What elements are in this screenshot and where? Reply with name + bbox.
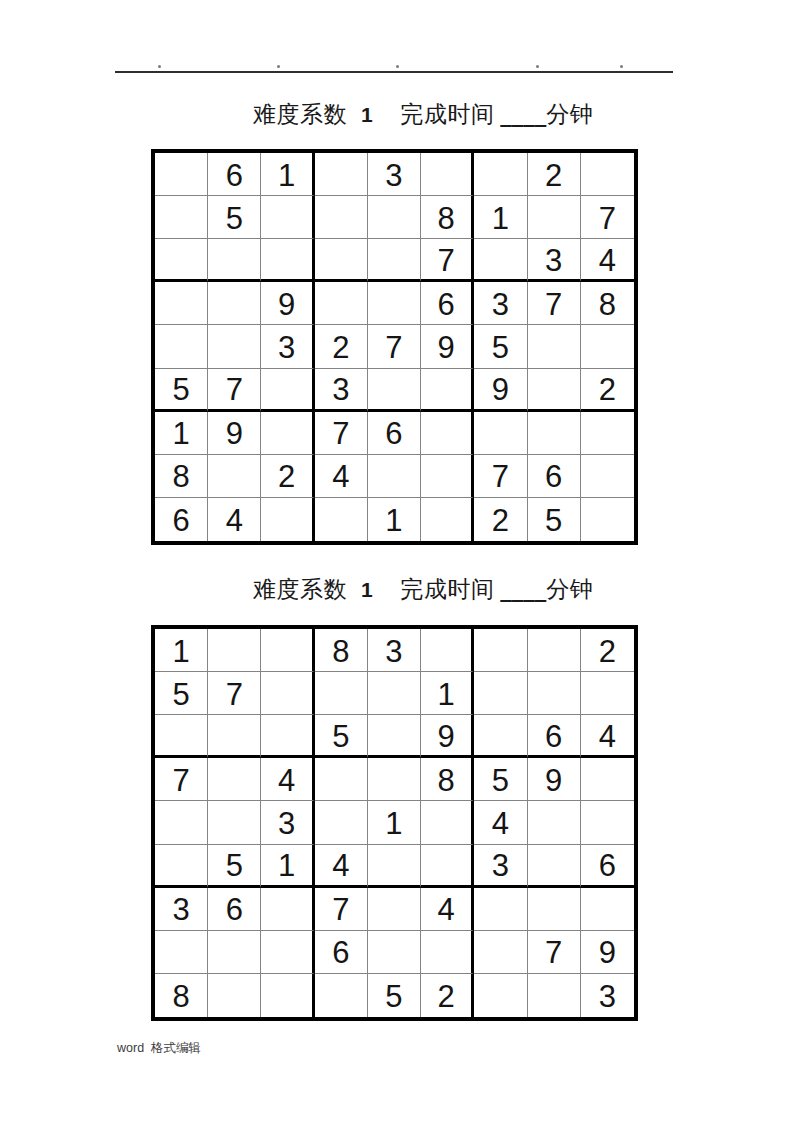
sudoku-grid-1: 6132581773496378327955739219768247664125	[151, 149, 638, 545]
puzzle-1-cell-r1c5[interactable]: 3	[368, 153, 421, 196]
puzzle-2-cell-r6c5[interactable]	[368, 845, 421, 888]
puzzle-2-cell-r1c4[interactable]: 8	[315, 629, 368, 672]
puzzle-2-cell-r2c1[interactable]: 5	[155, 672, 208, 715]
ruler-tick-dot	[158, 65, 161, 68]
puzzle-2-cell-r3c1[interactable]	[155, 715, 208, 758]
puzzle-1-cell-r2c6[interactable]: 8	[421, 196, 474, 239]
puzzle-1-cell-r3c3[interactable]	[261, 239, 314, 282]
puzzle-2-cell-r7c9[interactable]	[581, 888, 634, 931]
footer-cn-label: 格式编辑	[151, 1040, 201, 1057]
puzzle-1-cell-r7c4[interactable]: 7	[315, 412, 368, 455]
puzzle-2-cell-r2c2[interactable]: 7	[208, 672, 261, 715]
puzzle-2-cell-r6c1[interactable]	[155, 845, 208, 888]
puzzle-2-cell-r5c6[interactable]	[421, 801, 474, 844]
puzzle-1-cell-r6c6[interactable]	[421, 369, 474, 412]
puzzle-1-cell-r6c7[interactable]: 9	[474, 369, 527, 412]
puzzle-2-cell-r4c8[interactable]: 9	[528, 758, 581, 801]
puzzle-2-cell-r3c3[interactable]	[261, 715, 314, 758]
puzzle-2-cell-r2c6[interactable]: 1	[421, 672, 474, 715]
puzzle-2-cell-r3c4[interactable]: 5	[315, 715, 368, 758]
puzzle-1-cell-r7c1[interactable]: 1	[155, 412, 208, 455]
puzzle-2-cell-r4c9[interactable]	[581, 758, 634, 801]
puzzle-2-cell-r7c1[interactable]: 3	[155, 888, 208, 931]
completion-time-label: 完成时间	[400, 99, 494, 130]
puzzle-1-cell-r6c8[interactable]	[528, 369, 581, 412]
puzzle-1-cell-r2c4[interactable]	[315, 196, 368, 239]
puzzle-2-cell-r1c5[interactable]: 3	[368, 629, 421, 672]
puzzle-2-cell-r6c4[interactable]: 4	[315, 845, 368, 888]
puzzle-1-cell-r8c1[interactable]: 8	[155, 455, 208, 498]
puzzle-2-cell-r9c2[interactable]	[208, 974, 261, 1017]
minutes-label: 分钟	[546, 99, 593, 130]
puzzle-1-cell-r4c1[interactable]	[155, 282, 208, 325]
puzzle-2-cell-r4c3[interactable]: 4	[261, 758, 314, 801]
puzzle-1-cell-r2c5[interactable]	[368, 196, 421, 239]
puzzle-2-cell-r7c5[interactable]	[368, 888, 421, 931]
puzzle-1-cell-r3c2[interactable]	[208, 239, 261, 282]
puzzle-1-cell-r5c7[interactable]: 5	[474, 325, 527, 368]
puzzle-1-cell-r9c9[interactable]	[581, 498, 634, 541]
puzzle-2-cell-r1c2[interactable]	[208, 629, 261, 672]
puzzle-1-cell-r5c3[interactable]: 3	[261, 325, 314, 368]
puzzle-2-cell-r9c8[interactable]	[528, 974, 581, 1017]
puzzle-2-cell-r3c5[interactable]	[368, 715, 421, 758]
time-blank-line: ____	[500, 100, 546, 127]
puzzle-2-cell-r5c1[interactable]	[155, 801, 208, 844]
puzzle-1-cell-r1c4[interactable]	[315, 153, 368, 196]
puzzle-1-cell-r4c6[interactable]: 6	[421, 282, 474, 325]
puzzle-1-cell-r5c1[interactable]	[155, 325, 208, 368]
puzzle-1-cell-r4c9[interactable]: 8	[581, 282, 634, 325]
puzzle-2-cell-r4c1[interactable]: 7	[155, 758, 208, 801]
puzzle-2-cell-r2c3[interactable]	[261, 672, 314, 715]
puzzle-1-cell-r3c1[interactable]	[155, 239, 208, 282]
time-blank-line: ____	[500, 575, 546, 602]
puzzle-1-cell-r4c7[interactable]: 3	[474, 282, 527, 325]
puzzle-1-cell-r5c6[interactable]: 9	[421, 325, 474, 368]
puzzle-2-cell-r4c7[interactable]: 5	[474, 758, 527, 801]
puzzle-1-cell-r1c3[interactable]: 1	[261, 153, 314, 196]
puzzle-1-cell-r9c8[interactable]: 5	[528, 498, 581, 541]
puzzle-2-cell-r6c8[interactable]	[528, 845, 581, 888]
puzzle-2-cell-r8c2[interactable]	[208, 931, 261, 974]
puzzle-2-cell-r8c5[interactable]	[368, 931, 421, 974]
puzzle-2-cell-r9c3[interactable]	[261, 974, 314, 1017]
puzzle-2-cell-r3c2[interactable]	[208, 715, 261, 758]
puzzle-1-cell-r4c5[interactable]	[368, 282, 421, 325]
puzzle-2-cell-r4c4[interactable]	[315, 758, 368, 801]
puzzle-1-cell-r7c8[interactable]	[528, 412, 581, 455]
puzzle-2-cell-r4c2[interactable]	[208, 758, 261, 801]
puzzle-2-cell-r9c9[interactable]: 3	[581, 974, 634, 1017]
puzzle-2-cell-r5c2[interactable]	[208, 801, 261, 844]
puzzle-2-title: 难度系数 1 完成时间 ____ 分钟	[253, 574, 593, 605]
puzzle-1-cell-r9c1[interactable]: 6	[155, 498, 208, 541]
footer-watermark: word 格式编辑	[117, 1040, 201, 1057]
puzzle-2-cell-r5c4[interactable]	[315, 801, 368, 844]
puzzle-1-cell-r4c8[interactable]: 7	[528, 282, 581, 325]
puzzle-2-cell-r5c9[interactable]	[581, 801, 634, 844]
document-page: 难度系数 1 完成时间 ____ 分钟 61325817734963783279…	[0, 0, 792, 1122]
puzzle-1-cell-r9c3[interactable]	[261, 498, 314, 541]
ruler-tick-dot	[396, 65, 399, 68]
ruler-tick-dot	[536, 65, 539, 68]
puzzle-2-cell-r9c1[interactable]: 8	[155, 974, 208, 1017]
puzzle-1-cell-r8c4[interactable]: 4	[315, 455, 368, 498]
difficulty-label: 难度系数	[253, 99, 347, 130]
puzzle-1-cell-r3c5[interactable]	[368, 239, 421, 282]
puzzle-1-cell-r6c9[interactable]: 2	[581, 369, 634, 412]
puzzle-2-cell-r5c5[interactable]: 1	[368, 801, 421, 844]
puzzle-2-cell-r5c7[interactable]: 4	[474, 801, 527, 844]
puzzle-2-cell-r7c3[interactable]	[261, 888, 314, 931]
puzzle-2-cell-r8c7[interactable]	[474, 931, 527, 974]
puzzle-1-cell-r7c5[interactable]: 6	[368, 412, 421, 455]
puzzle-1-cell-r5c8[interactable]	[528, 325, 581, 368]
puzzle-1-cell-r5c5[interactable]: 7	[368, 325, 421, 368]
puzzle-2-cell-r7c6[interactable]: 4	[421, 888, 474, 931]
puzzle-1-cell-r9c7[interactable]: 2	[474, 498, 527, 541]
header-rule-line	[115, 71, 673, 73]
minutes-label: 分钟	[546, 574, 593, 605]
puzzle-2-cell-r1c3[interactable]	[261, 629, 314, 672]
puzzle-2-cell-r8c1[interactable]	[155, 931, 208, 974]
puzzle-2-cell-r9c7[interactable]	[474, 974, 527, 1017]
puzzle-1-cell-r6c2[interactable]: 7	[208, 369, 261, 412]
puzzle-2-cell-r1c6[interactable]	[421, 629, 474, 672]
puzzle-1-cell-r1c6[interactable]	[421, 153, 474, 196]
puzzle-2-cell-r9c6[interactable]: 2	[421, 974, 474, 1017]
puzzle-1-title: 难度系数 1 完成时间 ____ 分钟	[253, 99, 593, 130]
puzzle-1-cell-r3c9[interactable]: 4	[581, 239, 634, 282]
puzzle-1-cell-r8c8[interactable]: 6	[528, 455, 581, 498]
puzzle-2-cell-r5c3[interactable]: 3	[261, 801, 314, 844]
puzzle-1-cell-r6c1[interactable]: 5	[155, 369, 208, 412]
puzzle-2-cell-r1c9[interactable]: 2	[581, 629, 634, 672]
puzzle-1-cell-r6c5[interactable]	[368, 369, 421, 412]
puzzle-2-cell-r7c8[interactable]	[528, 888, 581, 931]
puzzle-1-cell-r7c9[interactable]	[581, 412, 634, 455]
puzzle-1-cell-r8c2[interactable]	[208, 455, 261, 498]
puzzle-2-cell-r3c7[interactable]	[474, 715, 527, 758]
footer-word-label: word	[117, 1041, 144, 1055]
puzzle-1-cell-r1c9[interactable]	[581, 153, 634, 196]
puzzle-1-cell-r6c4[interactable]: 3	[315, 369, 368, 412]
puzzle-2-cell-r7c4[interactable]: 7	[315, 888, 368, 931]
puzzle-1-cell-r3c8[interactable]: 3	[528, 239, 581, 282]
puzzle-1-cell-r9c2[interactable]: 4	[208, 498, 261, 541]
puzzle-1-cell-r4c2[interactable]	[208, 282, 261, 325]
puzzle-1-cell-r3c7[interactable]	[474, 239, 527, 282]
puzzle-1-cell-r9c5[interactable]: 1	[368, 498, 421, 541]
puzzle-2-cell-r6c2[interactable]: 5	[208, 845, 261, 888]
puzzle-2-cell-r2c8[interactable]	[528, 672, 581, 715]
puzzle-2-cell-r5c8[interactable]	[528, 801, 581, 844]
difficulty-label: 难度系数	[253, 574, 347, 605]
puzzle-2-cell-r1c1[interactable]: 1	[155, 629, 208, 672]
puzzle-1-cell-r8c5[interactable]	[368, 455, 421, 498]
puzzle-2-cell-r1c7[interactable]	[474, 629, 527, 672]
puzzle-1-cell-r5c4[interactable]: 2	[315, 325, 368, 368]
puzzle-1-cell-r7c6[interactable]	[421, 412, 474, 455]
puzzle-2-cell-r6c3[interactable]: 1	[261, 845, 314, 888]
puzzle-1-cell-r2c2[interactable]: 5	[208, 196, 261, 239]
difficulty-value: 1	[361, 578, 373, 602]
puzzle-1-cell-r8c9[interactable]	[581, 455, 634, 498]
puzzle-2-cell-r7c2[interactable]: 6	[208, 888, 261, 931]
puzzle-2-cell-r3c9[interactable]: 4	[581, 715, 634, 758]
puzzle-1-cell-r8c3[interactable]: 2	[261, 455, 314, 498]
puzzle-2-cell-r8c6[interactable]	[421, 931, 474, 974]
puzzle-2-cell-r4c5[interactable]	[368, 758, 421, 801]
sudoku-grid-2: 18325715964748593145143636746798523	[151, 625, 638, 1021]
puzzle-2-cell-r6c7[interactable]: 3	[474, 845, 527, 888]
puzzle-2-cell-r8c4[interactable]: 6	[315, 931, 368, 974]
puzzle-1-cell-r4c3[interactable]: 9	[261, 282, 314, 325]
puzzle-1-cell-r1c8[interactable]: 2	[528, 153, 581, 196]
puzzle-1-cell-r7c2[interactable]: 9	[208, 412, 261, 455]
completion-time-label: 完成时间	[400, 574, 494, 605]
puzzle-2-cell-r2c7[interactable]	[474, 672, 527, 715]
puzzle-2-cell-r6c6[interactable]	[421, 845, 474, 888]
puzzle-2-cell-r8c9[interactable]: 9	[581, 931, 634, 974]
puzzle-1-cell-r2c9[interactable]: 7	[581, 196, 634, 239]
puzzle-1-cell-r2c1[interactable]	[155, 196, 208, 239]
puzzle-1-cell-r1c1[interactable]	[155, 153, 208, 196]
puzzle-1-cell-r3c4[interactable]	[315, 239, 368, 282]
puzzle-1-cell-r2c7[interactable]: 1	[474, 196, 527, 239]
puzzle-2-cell-r2c5[interactable]	[368, 672, 421, 715]
puzzle-2-cell-r9c4[interactable]	[315, 974, 368, 1017]
puzzle-2-cell-r8c3[interactable]	[261, 931, 314, 974]
puzzle-1-cell-r9c4[interactable]	[315, 498, 368, 541]
puzzle-1-cell-r2c8[interactable]	[528, 196, 581, 239]
puzzle-1-cell-r4c4[interactable]	[315, 282, 368, 325]
puzzle-2-cell-r4c6[interactable]: 8	[421, 758, 474, 801]
puzzle-1-cell-r9c6[interactable]	[421, 498, 474, 541]
puzzle-2-cell-r2c9[interactable]	[581, 672, 634, 715]
puzzle-2-cell-r1c8[interactable]	[528, 629, 581, 672]
puzzle-2-cell-r3c8[interactable]: 6	[528, 715, 581, 758]
puzzle-1-cell-r6c3[interactable]	[261, 369, 314, 412]
puzzle-1-cell-r8c6[interactable]	[421, 455, 474, 498]
puzzle-1-cell-r7c3[interactable]	[261, 412, 314, 455]
puzzle-2-cell-r9c5[interactable]: 5	[368, 974, 421, 1017]
puzzle-1-cell-r5c2[interactable]	[208, 325, 261, 368]
difficulty-value: 1	[361, 103, 373, 127]
ruler-tick-dot	[620, 65, 623, 68]
puzzle-1-cell-r7c7[interactable]	[474, 412, 527, 455]
puzzle-1-cell-r1c7[interactable]	[474, 153, 527, 196]
puzzle-2-cell-r7c7[interactable]	[474, 888, 527, 931]
ruler-tick-dot	[277, 65, 280, 68]
puzzle-1-cell-r5c9[interactable]	[581, 325, 634, 368]
puzzle-1-cell-r2c3[interactable]	[261, 196, 314, 239]
puzzle-1-cell-r3c6[interactable]: 7	[421, 239, 474, 282]
puzzle-2-cell-r2c4[interactable]	[315, 672, 368, 715]
puzzle-2-cell-r8c8[interactable]: 7	[528, 931, 581, 974]
puzzle-1-cell-r8c7[interactable]: 7	[474, 455, 527, 498]
puzzle-2-cell-r6c9[interactable]: 6	[581, 845, 634, 888]
puzzle-1-cell-r1c2[interactable]: 6	[208, 153, 261, 196]
puzzle-2-cell-r3c6[interactable]: 9	[421, 715, 474, 758]
